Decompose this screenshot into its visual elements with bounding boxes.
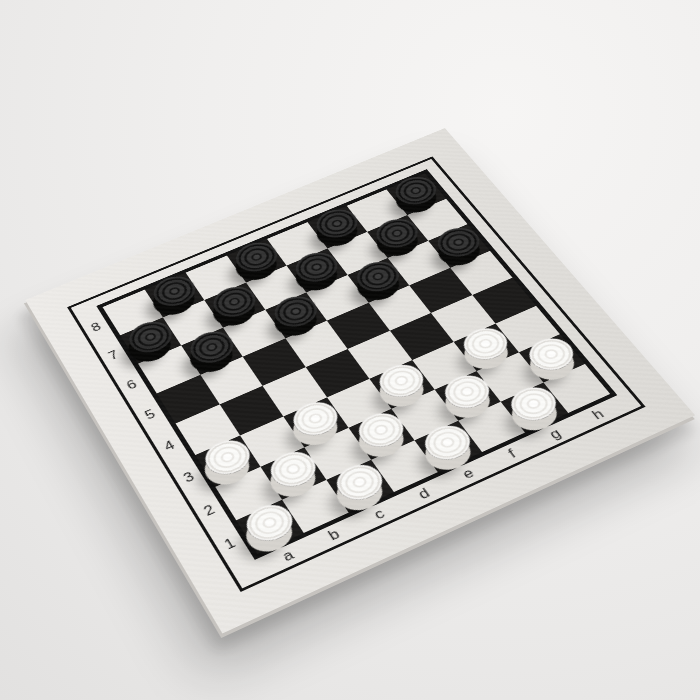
board-sheet-position: 87654321 abcdefgh bbox=[95, 105, 595, 605]
black-checker-h6[interactable] bbox=[437, 227, 479, 258]
black-checker-f6[interactable] bbox=[357, 261, 399, 293]
black-checker-d8[interactable] bbox=[235, 242, 277, 273]
black-checker-b8[interactable] bbox=[153, 276, 196, 308]
checkers-board bbox=[96, 169, 617, 560]
black-checker-f8[interactable] bbox=[317, 209, 358, 239]
photo-scene: 87654321 abcdefgh bbox=[0, 0, 700, 700]
board-sheet: 87654321 abcdefgh bbox=[25, 128, 695, 633]
white-checker-h2[interactable] bbox=[528, 337, 574, 371]
black-checker-h8[interactable] bbox=[396, 176, 437, 206]
white-checker-d2[interactable] bbox=[359, 412, 404, 448]
